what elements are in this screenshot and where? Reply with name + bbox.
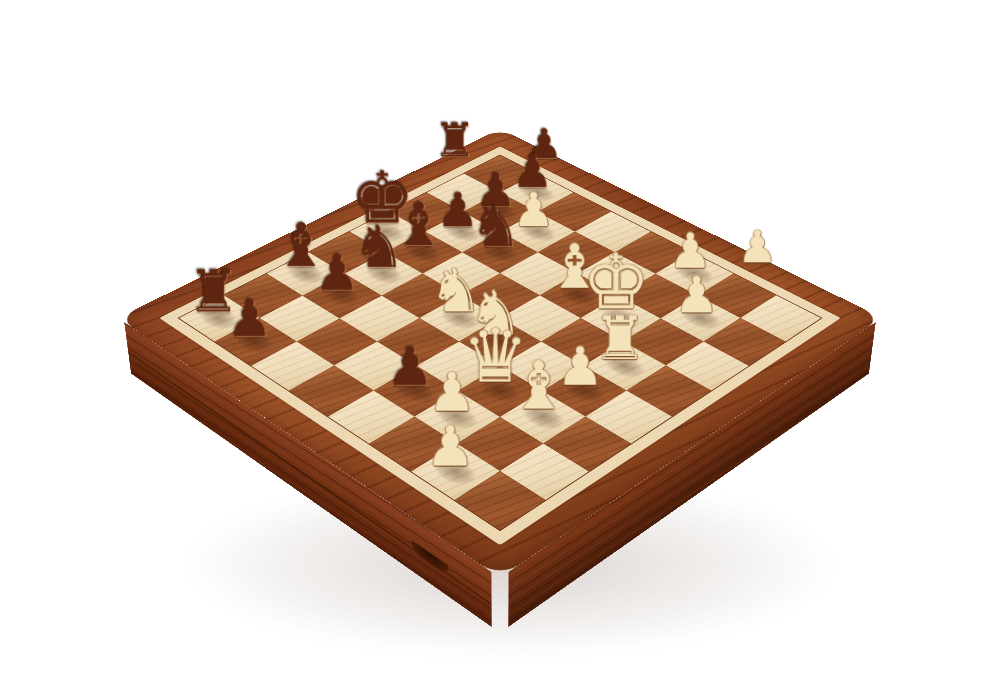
white-pawn-a2[interactable]: ♟ <box>401 419 501 475</box>
black-knight-f6[interactable]: ♞ <box>453 197 539 254</box>
square-c7[interactable]: ♟ <box>303 273 382 318</box>
white-pawn-b3[interactable]: ♟ <box>404 366 501 420</box>
drawer-finger-notch[interactable] <box>412 541 448 577</box>
black-pawn-c7[interactable]: ♟ <box>293 248 382 297</box>
product-photo-stage: ♟♟♟♟♟♟♞♝♚♚♝♜♞♞♞♟♝♟♛♝♟♟♜♟♟ ♜♟♟ <box>0 0 1000 700</box>
captured-black-rook[interactable]: ♜ <box>415 116 495 163</box>
black-pawn-a7[interactable]: ♟ <box>205 293 297 344</box>
white-bishop-c2[interactable]: ♝ <box>490 353 587 419</box>
